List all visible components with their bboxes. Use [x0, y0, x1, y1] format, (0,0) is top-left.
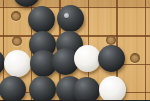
black-stone — [73, 77, 100, 101]
game-screenshot — [0, 0, 150, 100]
black-stone — [28, 6, 55, 33]
black-stone — [0, 76, 26, 100]
board-hole-dot[interactable] — [130, 53, 140, 63]
white-stone — [4, 50, 31, 77]
white-stone — [74, 45, 101, 72]
black-stone — [57, 5, 84, 32]
white-stone — [99, 76, 126, 100]
black-stone — [29, 76, 56, 100]
gomoku-board[interactable] — [0, 0, 150, 100]
black-stone — [98, 45, 125, 72]
board-hole-dot[interactable] — [12, 36, 22, 46]
board-hole-dot[interactable] — [11, 11, 21, 21]
board-grid-line-vertical — [145, 0, 146, 100]
board-hole-dot[interactable] — [106, 35, 116, 45]
last-move-marker — [64, 13, 69, 18]
black-stone — [13, 0, 40, 7]
